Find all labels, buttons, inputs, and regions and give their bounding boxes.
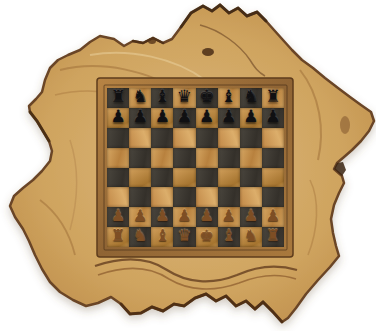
piece-black-pawn: ♟	[199, 108, 214, 125]
piece-black-pawn: ♟	[177, 108, 192, 125]
square-h5[interactable]	[262, 148, 284, 168]
piece-black-rook: ♜	[110, 88, 125, 105]
square-c8[interactable]: ♝	[151, 88, 173, 108]
square-f3[interactable]	[218, 187, 240, 207]
square-f1[interactable]: ♝	[218, 227, 240, 247]
square-f5[interactable]	[218, 148, 240, 168]
square-a8[interactable]: ♜	[107, 88, 129, 108]
square-a6[interactable]	[107, 128, 129, 148]
piece-white-queen: ♛	[177, 228, 191, 244]
piece-white-pawn: ♟	[133, 208, 147, 224]
piece-white-bishop: ♝	[222, 228, 236, 244]
piece-black-bishop: ♝	[221, 88, 236, 105]
square-c5[interactable]	[151, 148, 173, 168]
square-a2[interactable]: ♟	[107, 207, 129, 227]
square-f8[interactable]: ♝	[218, 88, 240, 108]
square-c3[interactable]	[151, 187, 173, 207]
piece-white-knight: ♞	[133, 228, 147, 244]
square-h3[interactable]	[262, 187, 284, 207]
square-g6[interactable]	[240, 128, 262, 148]
piece-black-pawn: ♟	[243, 108, 258, 125]
square-e5[interactable]	[196, 148, 218, 168]
piece-black-pawn: ♟	[221, 108, 236, 125]
square-b7[interactable]: ♟	[129, 108, 151, 128]
square-f2[interactable]: ♟	[218, 207, 240, 227]
square-a5[interactable]	[107, 148, 129, 168]
square-e8[interactable]: ♚	[196, 88, 218, 108]
piece-black-pawn: ♟	[133, 108, 148, 125]
square-e6[interactable]	[196, 128, 218, 148]
piece-white-pawn: ♟	[177, 208, 191, 224]
square-b3[interactable]	[129, 187, 151, 207]
piece-black-pawn: ♟	[110, 108, 125, 125]
square-h8[interactable]: ♜	[262, 88, 284, 108]
square-h2[interactable]: ♟	[262, 207, 284, 227]
square-g3[interactable]	[240, 187, 262, 207]
square-a7[interactable]: ♟	[107, 108, 129, 128]
square-c2[interactable]: ♟	[151, 207, 173, 227]
square-d3[interactable]	[173, 187, 195, 207]
square-c7[interactable]: ♟	[151, 108, 173, 128]
wood-knot-right	[340, 116, 350, 134]
square-c1[interactable]: ♝	[151, 227, 173, 247]
square-d2[interactable]: ♟	[173, 207, 195, 227]
piece-black-knight: ♞	[243, 88, 258, 105]
square-e2[interactable]: ♟	[196, 207, 218, 227]
piece-white-pawn: ♟	[266, 208, 280, 224]
piece-white-pawn: ♟	[111, 208, 125, 224]
square-g4[interactable]	[240, 168, 262, 188]
piece-white-rook: ♜	[111, 228, 125, 244]
square-h4[interactable]	[262, 168, 284, 188]
piece-white-pawn: ♟	[222, 208, 236, 224]
piece-white-rook: ♜	[266, 228, 280, 244]
piece-black-king: ♚	[199, 88, 214, 105]
piece-black-bishop: ♝	[155, 88, 170, 105]
square-c6[interactable]	[151, 128, 173, 148]
product-photo-stage: ♜♞♝♛♚♝♞♜♟♟♟♟♟♟♟♟♟♟♟♟♟♟♟♟♜♞♝♛♚♝♞♜	[0, 0, 376, 331]
square-d8[interactable]: ♛	[173, 88, 195, 108]
square-a3[interactable]	[107, 187, 129, 207]
square-e3[interactable]	[196, 187, 218, 207]
square-a4[interactable]	[107, 168, 129, 188]
square-b6[interactable]	[129, 128, 151, 148]
piece-black-rook: ♜	[265, 88, 280, 105]
square-e4[interactable]	[196, 168, 218, 188]
wood-knot-top-small	[148, 38, 156, 44]
square-f6[interactable]	[218, 128, 240, 148]
square-e7[interactable]: ♟	[196, 108, 218, 128]
chess-board: ♜♞♝♛♚♝♞♜♟♟♟♟♟♟♟♟♟♟♟♟♟♟♟♟♜♞♝♛♚♝♞♜	[107, 88, 284, 247]
piece-black-pawn: ♟	[265, 108, 280, 125]
square-f4[interactable]	[218, 168, 240, 188]
piece-white-bishop: ♝	[155, 228, 169, 244]
square-d4[interactable]	[173, 168, 195, 188]
piece-white-king: ♚	[199, 228, 213, 244]
square-b8[interactable]: ♞	[129, 88, 151, 108]
square-h7[interactable]: ♟	[262, 108, 284, 128]
square-g2[interactable]: ♟	[240, 207, 262, 227]
square-d7[interactable]: ♟	[173, 108, 195, 128]
square-b1[interactable]: ♞	[129, 227, 151, 247]
square-b5[interactable]	[129, 148, 151, 168]
square-d5[interactable]	[173, 148, 195, 168]
square-g5[interactable]	[240, 148, 262, 168]
piece-white-knight: ♞	[244, 228, 258, 244]
square-c4[interactable]	[151, 168, 173, 188]
square-h6[interactable]	[262, 128, 284, 148]
piece-white-pawn: ♟	[155, 208, 169, 224]
piece-black-queen: ♛	[177, 88, 192, 105]
square-g7[interactable]: ♟	[240, 108, 262, 128]
square-b2[interactable]: ♟	[129, 207, 151, 227]
piece-black-pawn: ♟	[155, 108, 170, 125]
piece-white-pawn: ♟	[244, 208, 258, 224]
wood-knot-top	[202, 48, 214, 56]
piece-white-pawn: ♟	[199, 208, 213, 224]
square-g8[interactable]: ♞	[240, 88, 262, 108]
square-a1[interactable]: ♜	[107, 227, 129, 247]
square-d6[interactable]	[173, 128, 195, 148]
piece-black-knight: ♞	[133, 88, 148, 105]
square-e1[interactable]: ♚	[196, 227, 218, 247]
square-f7[interactable]: ♟	[218, 108, 240, 128]
square-g1[interactable]: ♞	[240, 227, 262, 247]
square-h1[interactable]: ♜	[262, 227, 284, 247]
square-b4[interactable]	[129, 168, 151, 188]
square-d1[interactable]: ♛	[173, 227, 195, 247]
